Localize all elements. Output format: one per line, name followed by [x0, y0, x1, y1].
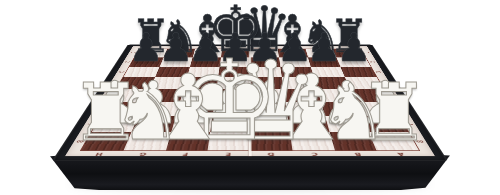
- pieces-layer: ♜♞♝♛♚♝♞♜♟♟♟♟♟♟♟♟♟♟♟♟♟♟♟♟♜♞♝♛♚♝♞♜: [0, 0, 500, 195]
- chess-set-photo: HGFEDCBA 12345678 12345678 ♜♞♝♛♚♝♞♜♟♟♟♟♟…: [0, 0, 500, 195]
- piece-white-rook-h1: ♜: [70, 73, 141, 153]
